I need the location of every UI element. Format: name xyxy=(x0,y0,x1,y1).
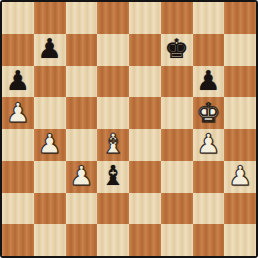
square-c6[interactable] xyxy=(66,66,98,98)
square-b8[interactable] xyxy=(34,2,66,34)
square-c1[interactable] xyxy=(66,224,98,256)
chess-board: ♟♚♟♟♟♚♟♝♟♟♝♟ xyxy=(0,0,258,258)
white-pawn-b4[interactable]: ♟ xyxy=(38,130,62,157)
square-a4[interactable] xyxy=(2,129,34,161)
square-d7[interactable] xyxy=(97,34,129,66)
square-c8[interactable] xyxy=(66,2,98,34)
square-g1[interactable] xyxy=(193,224,225,256)
chess-board-window: ♟♚♟♟♟♚♟♝♟♟♝♟ xyxy=(0,0,258,258)
square-d6[interactable] xyxy=(97,66,129,98)
black-pawn-b7[interactable]: ♟ xyxy=(38,35,62,62)
white-pawn-c3[interactable]: ♟ xyxy=(69,162,93,189)
square-e8[interactable] xyxy=(129,2,161,34)
square-h8[interactable] xyxy=(224,2,256,34)
square-h5[interactable] xyxy=(224,97,256,129)
square-b6[interactable] xyxy=(34,66,66,98)
white-king-g5[interactable]: ♚ xyxy=(196,99,220,126)
square-b5[interactable] xyxy=(34,97,66,129)
square-e1[interactable] xyxy=(129,224,161,256)
square-h4[interactable] xyxy=(224,129,256,161)
white-pawn-g4[interactable]: ♟ xyxy=(196,130,220,157)
square-e6[interactable] xyxy=(129,66,161,98)
square-b2[interactable] xyxy=(34,193,66,225)
black-pawn-a6[interactable]: ♟ xyxy=(6,67,30,94)
square-b1[interactable] xyxy=(34,224,66,256)
square-e7[interactable] xyxy=(129,34,161,66)
square-d4[interactable]: ♝ xyxy=(97,129,129,161)
square-h7[interactable] xyxy=(224,34,256,66)
square-f5[interactable] xyxy=(161,97,193,129)
square-c5[interactable] xyxy=(66,97,98,129)
square-a7[interactable] xyxy=(2,34,34,66)
square-g3[interactable] xyxy=(193,161,225,193)
square-a1[interactable] xyxy=(2,224,34,256)
square-f3[interactable] xyxy=(161,161,193,193)
square-d2[interactable] xyxy=(97,193,129,225)
square-h3[interactable]: ♟ xyxy=(224,161,256,193)
square-a5[interactable]: ♟ xyxy=(2,97,34,129)
square-d1[interactable] xyxy=(97,224,129,256)
square-f4[interactable] xyxy=(161,129,193,161)
square-a6[interactable]: ♟ xyxy=(2,66,34,98)
white-bishop-d4[interactable]: ♝ xyxy=(101,130,125,157)
white-pawn-h3[interactable]: ♟ xyxy=(228,162,252,189)
square-b3[interactable] xyxy=(34,161,66,193)
square-e3[interactable] xyxy=(129,161,161,193)
square-a2[interactable] xyxy=(2,193,34,225)
square-f1[interactable] xyxy=(161,224,193,256)
square-h2[interactable] xyxy=(224,193,256,225)
square-b7[interactable]: ♟ xyxy=(34,34,66,66)
square-f2[interactable] xyxy=(161,193,193,225)
square-e2[interactable] xyxy=(129,193,161,225)
square-f8[interactable] xyxy=(161,2,193,34)
white-pawn-a5[interactable]: ♟ xyxy=(6,99,30,126)
square-h1[interactable] xyxy=(224,224,256,256)
black-pawn-g6[interactable]: ♟ xyxy=(196,67,220,94)
square-g5[interactable]: ♚ xyxy=(193,97,225,129)
square-g8[interactable] xyxy=(193,2,225,34)
black-bishop-d3[interactable]: ♝ xyxy=(101,162,125,189)
square-e4[interactable] xyxy=(129,129,161,161)
square-c2[interactable] xyxy=(66,193,98,225)
square-a8[interactable] xyxy=(2,2,34,34)
square-b4[interactable]: ♟ xyxy=(34,129,66,161)
square-e5[interactable] xyxy=(129,97,161,129)
square-f6[interactable] xyxy=(161,66,193,98)
square-c4[interactable] xyxy=(66,129,98,161)
square-g6[interactable]: ♟ xyxy=(193,66,225,98)
square-d5[interactable] xyxy=(97,97,129,129)
black-king-f7[interactable]: ♚ xyxy=(165,35,189,62)
square-d3[interactable]: ♝ xyxy=(97,161,129,193)
square-a3[interactable] xyxy=(2,161,34,193)
square-h6[interactable] xyxy=(224,66,256,98)
square-g4[interactable]: ♟ xyxy=(193,129,225,161)
square-g2[interactable] xyxy=(193,193,225,225)
square-c7[interactable] xyxy=(66,34,98,66)
square-g7[interactable] xyxy=(193,34,225,66)
square-c3[interactable]: ♟ xyxy=(66,161,98,193)
square-d8[interactable] xyxy=(97,2,129,34)
square-f7[interactable]: ♚ xyxy=(161,34,193,66)
